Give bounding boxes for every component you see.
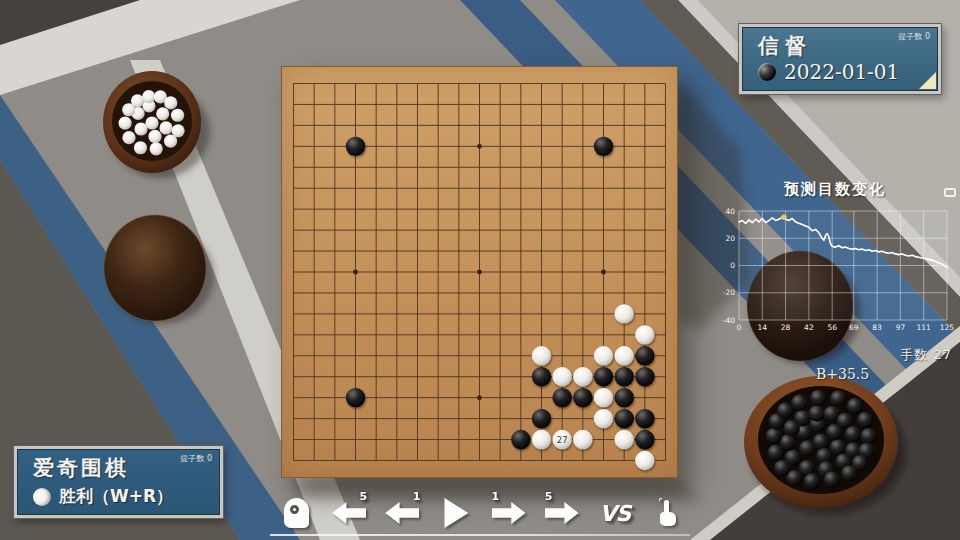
stone-white xyxy=(635,325,654,344)
bowl-stone-black xyxy=(768,445,784,461)
versus-icon: VS xyxy=(599,501,630,526)
stone-white xyxy=(552,367,571,386)
bowl-stone-white xyxy=(131,94,144,107)
gear-icon xyxy=(290,505,299,514)
play-icon xyxy=(442,498,468,528)
go-replay-screen: 27 信督 提子数 0 2022-01-01 爱奇围棋 提子数 0 胜利（W+R… xyxy=(0,0,960,540)
stone-black xyxy=(635,409,654,428)
bowl-stone-black xyxy=(861,428,877,444)
stone-black xyxy=(511,430,530,449)
black-stone-icon xyxy=(758,63,776,81)
bowl-stone-black xyxy=(804,473,820,489)
chart-expand-icon[interactable] xyxy=(944,188,956,197)
back-1-button[interactable]: 1 xyxy=(382,494,422,532)
svg-text:125: 125 xyxy=(940,323,955,332)
star-point xyxy=(601,270,606,275)
move-counter-label: 手数 27 xyxy=(900,346,952,364)
star-point xyxy=(477,270,482,275)
stone-white xyxy=(614,430,633,449)
arrow-left-icon xyxy=(385,502,419,524)
bowl-stone-black xyxy=(847,398,863,414)
toolbar-underline xyxy=(270,534,690,536)
stone-black xyxy=(635,346,654,365)
player-plate-black: 信督 提子数 0 2022-01-01 xyxy=(739,24,941,94)
stone-black xyxy=(346,137,365,156)
star-point xyxy=(353,270,358,275)
step-count-badge: 1 xyxy=(413,490,421,503)
bowl-stone-white xyxy=(156,107,169,120)
black-player-date: 2022-01-01 xyxy=(784,60,899,84)
svg-text:14: 14 xyxy=(758,323,768,332)
stone-black xyxy=(594,367,613,386)
bowl-stone-white xyxy=(134,141,147,154)
bowl-stone-black xyxy=(830,390,846,406)
step-count-badge: 5 xyxy=(545,490,553,503)
play-button[interactable] xyxy=(435,494,475,532)
bowl-stone-black xyxy=(845,426,861,442)
current-move-marker xyxy=(781,215,786,220)
arrow-right-icon xyxy=(545,502,579,524)
svg-text:-40: -40 xyxy=(723,316,735,325)
black-captures-count: 提子数 0 xyxy=(898,31,930,42)
stone-white xyxy=(594,388,613,407)
stone-white xyxy=(614,304,633,323)
stone-black xyxy=(532,409,551,428)
analysis-head-icon xyxy=(284,498,309,528)
arrow-right-icon xyxy=(492,502,526,524)
stone-white xyxy=(614,346,633,365)
stone-white xyxy=(573,430,592,449)
bowl-stone-white xyxy=(122,131,135,144)
bowl-stone-black xyxy=(799,440,815,456)
bowl-stone-black xyxy=(809,405,825,421)
forward-1-button[interactable]: 1 xyxy=(489,494,529,532)
svg-text:56: 56 xyxy=(827,323,837,332)
go-board[interactable]: 27 xyxy=(281,66,678,478)
stone-white xyxy=(532,346,551,365)
black-player-name: 信督 xyxy=(758,32,812,60)
move-number-label: 27 xyxy=(557,435,568,445)
bowl-stone-black xyxy=(774,460,790,476)
svg-text:69: 69 xyxy=(849,323,859,332)
bowl-stone-white xyxy=(172,124,185,137)
bowl-stone-white xyxy=(150,142,163,155)
back-5-button[interactable]: 5 xyxy=(329,494,369,532)
chart-title: 预测目数变化 xyxy=(784,180,886,198)
star-point xyxy=(477,395,482,400)
white-stone-icon xyxy=(33,488,51,506)
step-count-badge: 1 xyxy=(492,490,500,503)
score-prediction-chart: 预测目数变化 40200-20-40014284256698397111125 … xyxy=(720,180,960,392)
svg-text:111: 111 xyxy=(917,323,932,332)
stone-black xyxy=(635,430,654,449)
stone-black xyxy=(594,137,613,156)
replay-toolbar: 5115VS xyxy=(276,492,688,534)
stone-white xyxy=(532,430,551,449)
bowl-stone-white xyxy=(148,130,161,143)
stone-black xyxy=(614,388,633,407)
stone-black xyxy=(635,367,654,386)
predicted-score-label: B+35.5 xyxy=(816,366,869,382)
star-point xyxy=(477,144,482,149)
stone-black xyxy=(614,367,633,386)
player-plate-white: 爱奇围棋 提子数 0 胜利（W+R） xyxy=(14,446,223,518)
stone-black xyxy=(552,388,571,407)
svg-text:28: 28 xyxy=(781,323,791,332)
versus-button[interactable]: VS xyxy=(595,494,635,532)
svg-text:40: 40 xyxy=(725,207,735,216)
bowl-stone-black xyxy=(841,465,857,481)
stone-black xyxy=(573,388,592,407)
bowl-stone-white xyxy=(164,96,177,109)
svg-text:42: 42 xyxy=(804,323,814,332)
try-move-button[interactable] xyxy=(648,494,688,532)
stone-white xyxy=(635,451,654,470)
svg-text:-20: -20 xyxy=(723,288,735,297)
stone-black xyxy=(346,388,365,407)
analysis-button[interactable] xyxy=(276,494,316,532)
bowl-stone-white xyxy=(142,90,155,103)
svg-text:20: 20 xyxy=(725,234,735,243)
stone-white xyxy=(573,367,592,386)
svg-text:0: 0 xyxy=(730,261,735,270)
white-captures-count: 提子数 0 xyxy=(180,453,212,464)
bowl-stone-white xyxy=(134,122,147,135)
bowl-stone-black xyxy=(777,403,793,419)
arrow-left-icon xyxy=(332,502,366,524)
bowl-stone-black xyxy=(857,412,873,428)
bowl-stone-black xyxy=(791,395,807,411)
white-player-name: 爱奇围棋 xyxy=(33,454,129,482)
svg-text:83: 83 xyxy=(872,323,882,332)
bowl-stone-black xyxy=(810,390,826,406)
svg-text:0: 0 xyxy=(737,323,742,332)
bowl-stone-black xyxy=(794,410,810,426)
bowl-stone-white xyxy=(171,109,184,122)
forward-5-button[interactable]: 5 xyxy=(542,494,582,532)
stone-black xyxy=(532,367,551,386)
stone-white xyxy=(594,409,613,428)
pointer-hand-icon xyxy=(657,500,679,526)
bowl-stone-black xyxy=(830,439,846,455)
turn-indicator-triangle xyxy=(919,72,936,89)
bowl-stone-black xyxy=(766,428,782,444)
stone-white xyxy=(594,346,613,365)
bowl-stone-white xyxy=(159,121,172,134)
step-count-badge: 5 xyxy=(359,490,367,503)
svg-text:97: 97 xyxy=(896,323,906,332)
bowl-stone-white xyxy=(118,116,131,129)
stone-black xyxy=(614,409,633,428)
bowl-stone-black xyxy=(824,471,840,487)
game-result-label: 胜利（W+R） xyxy=(59,485,173,508)
